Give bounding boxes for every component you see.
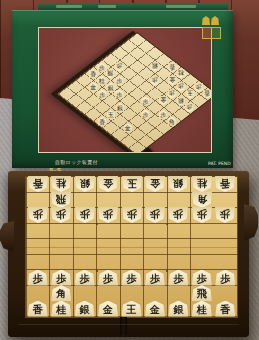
sente-piece-S[interactable]: 銀 [168, 301, 188, 317]
box-photo-piece: 歩 [115, 89, 124, 98]
box-photo-piece: 歩 [194, 83, 203, 92]
gote-piece-p[interactable]: 歩 [215, 207, 235, 223]
gote-piece-p[interactable]: 歩 [51, 207, 71, 223]
box-photo-piece: 香 [203, 89, 212, 98]
box-photo-piece: 銀 [150, 62, 159, 71]
gote-piece-b[interactable]: 角 [192, 192, 212, 208]
fold-seam [26, 247, 237, 248]
gote-piece-p[interactable]: 歩 [168, 207, 188, 223]
sente-piece-P[interactable]: 歩 [192, 270, 212, 286]
sente-piece-P[interactable]: 歩 [75, 270, 95, 286]
hoshi-dot [96, 223, 98, 225]
box-photo-piece: 歩 [97, 62, 106, 71]
sente-piece-P[interactable]: 歩 [28, 270, 48, 286]
logo-shogi-piece-icon [211, 16, 219, 25]
box-photo-piece: 歩 [185, 103, 194, 112]
sente-piece-R[interactable]: 飛 [192, 285, 212, 301]
box-photo-piece: 銀 [176, 96, 185, 105]
sente-piece-L[interactable]: 香 [28, 301, 48, 317]
box-photo-piece: 歩 [141, 96, 150, 105]
sente-piece-K[interactable]: 王 [122, 301, 142, 317]
box-photo-piece: 銀 [115, 103, 124, 112]
box-photo-piece: 金 [168, 76, 177, 85]
logo-shogi-piece-icon [202, 16, 210, 25]
shogi-board: 香桂銀金玉金銀桂香飛角歩歩歩歩歩歩歩歩歩歩歩歩歩歩歩歩歩歩角飛香桂銀金王金銀桂香 [8, 171, 249, 337]
box-photo-piece: 金 [88, 83, 97, 92]
sente-piece-S[interactable]: 銀 [75, 301, 95, 317]
gote-piece-p[interactable]: 歩 [192, 207, 212, 223]
box-photo-piece: 桂 [176, 69, 185, 78]
box-photo-piece: 歩 [115, 62, 124, 71]
lid-print-mark [98, 5, 116, 8]
gote-piece-g[interactable]: 金 [145, 176, 165, 192]
box-photo-piece: 銀 [106, 83, 115, 92]
sente-piece-L[interactable]: 香 [215, 301, 235, 317]
box-photo-piece: 歩 [159, 110, 168, 119]
box-photo-piece: 歩 [177, 83, 186, 92]
gote-piece-k[interactable]: 玉 [122, 176, 142, 192]
box-photo-piece: 香 [168, 62, 177, 71]
box-photo-piece: 歩 [150, 76, 159, 85]
box-board: 香桂歩香銀金歩玉歩歩銀歩歩金歩飛歩歩歩角香桂銀歩歩金歩銀玉金香 [56, 32, 212, 153]
hoshi-dot [166, 270, 168, 272]
sente-piece-N[interactable]: 桂 [51, 301, 71, 317]
gote-piece-s[interactable]: 銀 [75, 176, 95, 192]
box-photo-piece: 金 [159, 96, 168, 105]
gote-piece-l[interactable]: 香 [28, 176, 48, 192]
sente-piece-P[interactable]: 歩 [98, 270, 118, 286]
auto-lock-label: 自動ロック装置付 [55, 159, 98, 165]
front-frame-crease [18, 324, 239, 325]
gote-piece-p[interactable]: 歩 [28, 207, 48, 223]
sente-piece-G[interactable]: 金 [98, 301, 118, 317]
sente-piece-P[interactable]: 歩 [168, 270, 188, 286]
sente-piece-P[interactable]: 歩 [145, 270, 165, 286]
gote-piece-p[interactable]: 歩 [75, 207, 95, 223]
gote-piece-p[interactable]: 歩 [122, 207, 142, 223]
box-photo-piece: 香 [97, 117, 106, 126]
box-photo-piece: 歩 [115, 76, 124, 85]
lid-print-mark [166, 5, 196, 8]
box-photo-piece: 歩 [168, 89, 177, 98]
box-photo-piece: 香 [89, 69, 98, 78]
sente-piece-G[interactable]: 金 [145, 301, 165, 317]
box-photo-piece: 玉 [185, 89, 194, 98]
sente-piece-P[interactable]: 歩 [122, 270, 142, 286]
sente-piece-B[interactable]: 角 [51, 285, 71, 301]
box-photo-panel: 香桂歩香銀金歩玉歩歩銀歩歩金歩飛歩歩歩角香桂銀歩歩金歩銀玉金香 [38, 27, 212, 153]
gote-piece-p[interactable]: 歩 [145, 207, 165, 223]
gote-piece-n[interactable]: 桂 [51, 176, 71, 192]
shogi-box-front: 香桂歩香銀金歩玉歩歩銀歩歩金歩飛歩歩歩角香桂銀歩歩金歩銀玉金香 自動ロック装置付… [12, 10, 233, 168]
logo-plate [202, 27, 221, 39]
gote-piece-n[interactable]: 桂 [192, 176, 212, 192]
hoshi-dot [96, 270, 98, 272]
box-photo-piece: 玉 [106, 110, 115, 119]
sente-piece-P[interactable]: 歩 [51, 270, 71, 286]
lid-print-mark [56, 5, 82, 8]
board-surface[interactable]: 香桂銀金玉金銀桂香飛角歩歩歩歩歩歩歩歩歩歩歩歩歩歩歩歩歩歩角飛香桂銀金王金銀桂香 [25, 176, 238, 318]
box-photo-piece: 歩 [97, 89, 106, 98]
box-photo-piece: 角 [168, 117, 177, 126]
gote-piece-p[interactable]: 歩 [98, 207, 118, 223]
brand-logo [201, 16, 221, 40]
sente-piece-N[interactable]: 桂 [192, 301, 212, 317]
sente-piece-P[interactable]: 歩 [215, 270, 235, 286]
box-photo-piece: 歩 [141, 110, 150, 119]
gote-piece-s[interactable]: 銀 [168, 176, 188, 192]
box-photo-piece: 金 [124, 123, 133, 132]
hoshi-dot [166, 223, 168, 225]
patent-pending-label: PAT. PEND [208, 161, 231, 166]
box-photo-piece: 飛 [106, 69, 115, 78]
scene: 香桂歩香銀金歩玉歩歩銀歩歩金歩飛歩歩歩角香桂銀歩歩金歩銀玉金香 自動ロック装置付… [0, 0, 259, 340]
box-photo-piece: 桂 [97, 76, 106, 85]
gote-piece-r[interactable]: 飛 [51, 192, 71, 208]
gote-piece-l[interactable]: 香 [215, 176, 235, 192]
hinge-notch [120, 317, 127, 335]
gote-piece-g[interactable]: 金 [98, 176, 118, 192]
